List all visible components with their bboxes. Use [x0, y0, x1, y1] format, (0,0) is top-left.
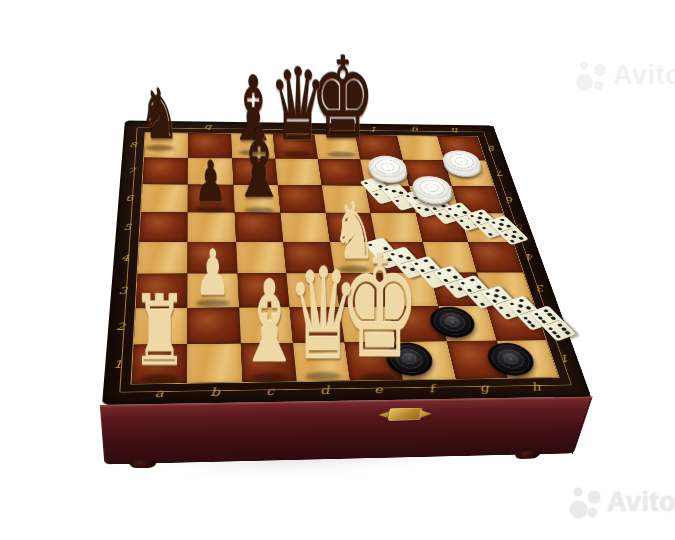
avito-logo-icon [570, 488, 600, 518]
watermark-top-right: Avito [576, 60, 675, 91]
rank-label-left-7: 7 [124, 167, 138, 174]
square-g8 [397, 136, 445, 161]
rank-label-right-7: 7 [493, 170, 508, 177]
black-pawn-glyph: ♟ [177, 154, 245, 210]
file-label-top-h: h [447, 127, 464, 133]
file-label-bottom-c: c [259, 385, 281, 396]
file-label-top-b: b [201, 124, 217, 131]
file-label-bottom-h: h [524, 381, 547, 392]
avito-logo-icon [576, 61, 606, 91]
rank-label-right-6: 6 [502, 196, 518, 203]
watermark-text: Avito [613, 60, 675, 91]
clasp-plate [388, 408, 423, 421]
file-label-bottom-d: d [314, 385, 336, 396]
product-photo-scene: aabbccddeeffgghh1122334455667788♞♝♛♚♟♝♜♝… [0, 0, 675, 540]
white-bishop-glyph: ♝ [229, 267, 309, 379]
clasp-right-wing [419, 410, 433, 418]
box-front-face [100, 396, 593, 464]
box-foot-left [129, 460, 156, 468]
file-label-bottom-e: e [367, 384, 389, 395]
black-knight-glyph: ♞ [128, 79, 192, 149]
watermark-text: Avito [607, 487, 675, 518]
white-rook-glyph: ♜ [119, 284, 200, 381]
brass-clasp [384, 406, 428, 423]
file-label-bottom-b: b [204, 386, 225, 397]
file-label-top-g: g [407, 127, 424, 133]
watermark-bottom-right: Avito [570, 487, 675, 518]
chess-board: aabbccddeeffgghh1122334455667788♞♝♛♚♟♝♜♝… [102, 121, 591, 405]
rank-label-right-8: 8 [485, 145, 500, 152]
